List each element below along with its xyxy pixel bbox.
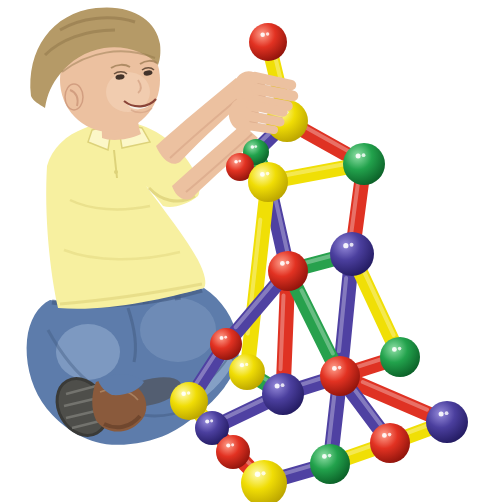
toy-ball-green (380, 337, 420, 377)
finger (248, 126, 274, 130)
shirt-button (114, 170, 118, 174)
ball-specular (356, 154, 361, 159)
toy-ball-blue (262, 373, 304, 415)
ball-specular (240, 363, 244, 367)
ball-specular (234, 160, 238, 164)
toy-ball-green (310, 444, 350, 484)
boy-figure (27, 7, 258, 444)
ball-specular (266, 172, 270, 176)
ball-specular (251, 145, 255, 149)
ball-specular (255, 472, 261, 478)
toy-ball-yellow (229, 354, 265, 390)
product-photo (0, 0, 488, 502)
ball-specular (388, 433, 392, 437)
ball-specular (350, 243, 354, 247)
toy-ball-red (249, 23, 287, 61)
scene-svg (0, 0, 488, 502)
toy-rod-yellow (247, 182, 268, 372)
ball-specular (205, 420, 209, 424)
ball-specular (275, 384, 280, 389)
ball-specular (362, 153, 366, 157)
toy-ball-yellow (248, 162, 288, 202)
ball-specular (261, 471, 265, 475)
ball-specular (398, 347, 402, 351)
ball-specular (210, 419, 213, 422)
ball-specular (245, 363, 248, 366)
ball-specular (231, 443, 234, 446)
toy-ball-red (210, 328, 242, 360)
ball-specular (220, 336, 224, 340)
finger (250, 116, 280, 122)
ball-specular (181, 392, 186, 397)
ball-specular (338, 366, 342, 370)
ball-specular (343, 243, 348, 248)
finger (257, 89, 293, 96)
toy-ball-red (320, 356, 360, 396)
magnet-tower (170, 23, 468, 502)
jeans-knee-highlight (56, 324, 120, 380)
boy-head (30, 7, 160, 132)
toy-ball-green (343, 143, 385, 185)
ball-specular (332, 366, 337, 371)
ball-specular (266, 32, 269, 35)
ball-specular (260, 172, 265, 177)
ball-specular (238, 160, 241, 163)
toy-ball-red (370, 423, 410, 463)
ball-specular (226, 444, 230, 448)
toy-ball-blue (426, 401, 468, 443)
ball-specular (260, 33, 265, 38)
ball-specular (445, 411, 449, 415)
ball-specular (328, 454, 332, 458)
toy-ball-red (216, 435, 250, 469)
ball-specular (281, 383, 285, 387)
ball-specular (392, 347, 397, 352)
ball-specular (280, 261, 285, 266)
ball-specular (187, 391, 190, 394)
ball-specular (286, 261, 290, 265)
ball-specular (254, 145, 257, 148)
toy-ball-blue (330, 232, 374, 276)
jeans-thigh-highlight (140, 298, 216, 362)
ball-specular (439, 412, 444, 417)
ball-specular (224, 336, 227, 339)
ball-specular (382, 433, 387, 438)
toy-ball-red (268, 251, 308, 291)
ball-specular (322, 454, 327, 459)
boy-ear (65, 84, 83, 110)
